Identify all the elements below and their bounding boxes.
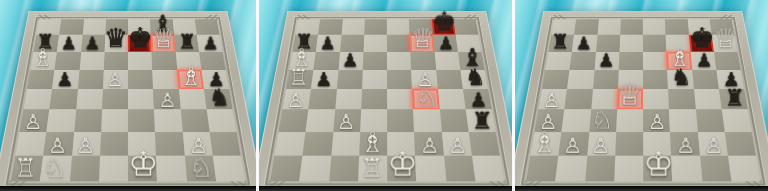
black-pawn[interactable]: ♟ [56,70,73,89]
square-b3[interactable] [306,110,335,132]
white-rook[interactable]: ♖ [361,156,384,182]
square-f3[interactable] [669,110,697,132]
black-pawn[interactable]: ♟ [203,34,219,52]
black-queen[interactable]: ♛ [104,26,128,52]
square-g5[interactable] [436,70,463,89]
square-f1[interactable] [156,156,186,182]
white-pawn[interactable]: ♙ [542,90,560,110]
black-king[interactable]: ♚ [432,9,456,35]
square-h3[interactable] [206,110,236,132]
square-d5[interactable] [362,70,387,89]
white-pawn[interactable]: ♙ [563,135,582,156]
square-a3[interactable]: ♙ [20,110,50,132]
square-b2[interactable]: ♙ [559,132,589,156]
square-e4[interactable] [128,89,154,110]
square-e4[interactable] [643,89,669,110]
square-b7[interactable]: ♟ [57,35,82,52]
square-f1[interactable] [415,156,445,182]
square-a7[interactable]: ♜ [548,35,574,52]
square-d2[interactable]: ♗ [359,132,387,156]
square-d4[interactable]: ♕ [617,89,643,110]
white-knight[interactable]: ♘ [591,107,613,132]
black-pawn[interactable]: ♟ [315,70,332,89]
black-pawn[interactable]: ♟ [576,34,592,52]
square-h2[interactable] [468,132,499,156]
square-c4[interactable] [335,89,362,110]
square-h8[interactable] [453,19,478,35]
square-h2[interactable] [209,132,240,156]
chess-screenshot-panel-right: ♜♟♚♕♟♗♟♞♟♙♕♜♙♘♙♗♙♙♙♙♔ [512,0,768,191]
square-c1[interactable] [329,156,359,182]
square-c8[interactable] [597,19,621,35]
square-h6[interactable] [714,52,741,70]
square-h3[interactable] [722,110,752,132]
square-d2[interactable] [615,132,643,156]
square-b2[interactable] [303,132,333,156]
square-c6[interactable] [79,52,104,70]
white-bishop[interactable]: ♗ [360,128,385,156]
bottom-dark-strip [0,186,256,191]
square-d8[interactable] [364,19,387,35]
white-knight[interactable]: ♘ [190,155,214,182]
chess-screenshot-panel-middle: ♚♜♟♕♟♗♟♝♖♟♙♞♙♘♟♙♜♗♙♙♖♔ [256,0,512,191]
white-pawn[interactable]: ♙ [24,112,42,132]
square-e8[interactable] [387,19,410,35]
square-c6[interactable]: ♟ [594,52,619,70]
square-h4[interactable]: ♞ [204,89,233,110]
white-pawn[interactable]: ♙ [676,135,695,156]
square-g4[interactable] [179,89,207,110]
square-b4[interactable] [309,89,337,110]
white-pawn[interactable]: ♙ [448,135,467,156]
square-f8[interactable] [665,19,689,35]
square-a1[interactable] [526,156,559,182]
black-rook[interactable]: ♜ [725,87,746,110]
square-c7[interactable]: ♟ [81,35,105,52]
black-knight[interactable]: ♞ [465,66,486,89]
square-d1[interactable] [614,156,643,182]
square-e6[interactable] [643,52,667,70]
black-pawn[interactable]: ♟ [320,34,336,52]
square-a5[interactable]: ♖ [286,70,314,89]
square-d7[interactable] [363,35,387,52]
square-a4[interactable] [23,89,52,110]
square-e4[interactable] [387,89,413,110]
white-bishop[interactable]: ♗ [180,64,202,89]
square-a2[interactable] [274,132,305,156]
square-e5[interactable] [128,70,153,89]
board-scene: ♜♟♚♕♟♗♟♞♟♙♕♜♙♘♙♗♙♙♙♙♔ [515,0,768,191]
square-c3[interactable]: ♘ [589,110,617,132]
square-g6[interactable]: ♟ [690,52,716,70]
white-queen[interactable]: ♕ [411,26,435,52]
square-g5[interactable] [692,70,719,89]
square-h3[interactable]: ♜ [466,110,496,132]
white-pawn[interactable]: ♙ [76,135,95,156]
chess-board-right[interactable]: ♜♟♚♕♟♗♟♞♟♙♕♜♙♘♙♗♙♙♙♙♔ [512,11,768,191]
square-c4[interactable] [76,89,103,110]
black-king[interactable]: ♚ [690,25,714,52]
board-scene: ♝♜♟♟♛♚♕♜♟♗♟♙♗♟♙♞♙♙♙♙♖♘♔♘ [0,0,256,191]
square-b6[interactable] [570,52,596,70]
square-a4[interactable]: ♙ [282,89,311,110]
black-knight[interactable]: ♞ [209,86,230,110]
black-king[interactable]: ♚ [128,25,152,52]
white-pawn[interactable]: ♙ [337,112,355,132]
square-h7[interactable]: ♕ [711,35,737,52]
square-a6[interactable] [545,52,572,70]
square-e7[interactable] [643,35,667,52]
black-pawn[interactable]: ♟ [696,51,713,69]
square-a6[interactable]: ♗ [30,52,57,70]
square-h4[interactable]: ♜ [719,89,748,110]
square-e1[interactable]: ♔ [128,156,157,182]
square-d4[interactable] [361,89,387,110]
square-c5[interactable] [593,70,619,89]
square-d1[interactable]: ♖ [358,156,387,182]
white-queen[interactable]: ♕ [714,26,738,52]
square-b7[interactable]: ♟ [316,35,341,52]
square-b1[interactable] [299,156,330,182]
black-pawn[interactable]: ♟ [598,51,615,69]
square-b5[interactable] [567,70,594,89]
square-d7[interactable]: ♛ [104,35,128,52]
square-c5[interactable] [337,70,363,89]
square-a2[interactable]: ♗ [530,132,561,156]
square-b4[interactable] [50,89,78,110]
square-d4[interactable] [102,89,128,110]
white-king[interactable]: ♔ [387,148,417,182]
square-e5[interactable] [643,70,668,89]
square-a3[interactable] [279,110,309,132]
square-c1[interactable] [585,156,615,182]
chess-board-middle[interactable]: ♚♜♟♕♟♗♟♝♖♟♙♞♙♘♟♙♜♗♙♙♖♔ [256,11,512,191]
square-a1[interactable]: ♖ [11,156,44,182]
white-king[interactable]: ♔ [128,148,158,182]
square-d6[interactable] [104,52,128,70]
square-c2[interactable]: ♙ [72,132,101,156]
square-f4[interactable] [668,89,695,110]
square-d3[interactable] [616,110,643,132]
square-a5[interactable] [27,70,55,89]
black-rook[interactable]: ♜ [178,31,197,52]
square-c2[interactable] [331,132,360,156]
white-queen[interactable]: ♕ [617,81,643,110]
square-b3[interactable] [562,110,591,132]
square-f4[interactable]: ♘ [412,89,439,110]
chess-board-left[interactable]: ♝♜♟♟♛♚♕♜♟♗♟♙♗♟♙♞♙♙♙♙♖♘♔♘ [0,11,256,191]
square-f2[interactable]: ♙ [414,132,443,156]
square-e6[interactable] [387,52,411,70]
square-c3[interactable] [74,110,102,132]
square-c1[interactable] [69,156,99,182]
white-pawn[interactable]: ♙ [648,112,666,132]
white-pawn[interactable]: ♙ [591,135,610,156]
white-queen[interactable]: ♕ [152,26,176,52]
white-pawn[interactable]: ♙ [420,135,439,156]
square-b7[interactable]: ♟ [572,35,597,52]
white-king[interactable]: ♔ [643,148,673,182]
white-pawn[interactable]: ♙ [107,70,124,89]
square-f1[interactable] [671,156,701,182]
square-h1[interactable] [472,156,505,182]
square-e3[interactable] [387,110,414,132]
square-e1[interactable]: ♔ [643,156,672,182]
square-a1[interactable] [270,156,303,182]
white-pawn[interactable]: ♙ [159,90,177,110]
white-bishop[interactable]: ♗ [31,46,53,70]
square-e3[interactable]: ♙ [643,110,670,132]
square-b1[interactable]: ♘ [40,156,72,182]
square-g3[interactable] [180,110,209,132]
square-f5[interactable]: ♞ [667,70,693,89]
square-b5[interactable]: ♟ [52,70,79,89]
square-g1[interactable] [444,156,476,182]
square-e3[interactable] [128,110,155,132]
bottom-dark-strip [259,186,512,191]
white-knight[interactable]: ♘ [42,155,66,182]
black-rook[interactable]: ♜ [551,31,570,52]
square-b6[interactable] [314,52,340,70]
square-c2[interactable]: ♙ [587,132,616,156]
square-g3[interactable] [695,110,724,132]
square-d6[interactable] [619,52,643,70]
square-b1[interactable] [555,156,586,182]
square-g7[interactable]: ♜ [174,35,199,52]
square-h1[interactable] [213,156,246,182]
square-e8[interactable] [643,19,666,35]
square-g4[interactable] [694,89,722,110]
square-d2[interactable] [100,132,128,156]
black-pawn[interactable]: ♟ [438,34,454,52]
square-e6[interactable] [128,52,152,70]
white-rook[interactable]: ♖ [288,67,308,89]
square-f7[interactable]: ♕ [410,35,434,52]
square-g3[interactable] [439,110,468,132]
square-g5[interactable]: ♗ [177,70,204,89]
square-b4[interactable] [565,89,593,110]
black-rook[interactable]: ♜ [472,108,493,132]
white-bishop[interactable]: ♗ [532,128,557,156]
black-pawn[interactable]: ♟ [342,51,359,69]
square-d5[interactable]: ♙ [103,70,128,89]
white-rook[interactable]: ♖ [14,156,37,182]
square-g1[interactable]: ♘ [184,156,216,182]
board-scene: ♚♜♟♕♟♗♟♝♖♟♙♞♙♘♟♙♜♗♙♙♖♔ [259,0,512,191]
square-d3[interactable] [101,110,128,132]
square-f6[interactable] [411,52,436,70]
square-f2[interactable] [155,132,184,156]
square-h7[interactable]: ♟ [197,35,223,52]
white-pawn[interactable]: ♙ [286,90,304,110]
square-h1[interactable] [728,156,761,182]
square-g7[interactable]: ♟ [433,35,458,52]
black-pawn[interactable]: ♟ [84,34,100,52]
black-knight[interactable]: ♞ [671,66,692,89]
square-e7[interactable] [387,35,411,52]
square-b6[interactable] [55,52,81,70]
square-g6[interactable] [434,52,460,70]
square-g2[interactable]: ♙ [697,132,727,156]
square-d6[interactable] [363,52,387,70]
square-c5[interactable] [78,70,104,89]
square-e7[interactable]: ♚ [128,35,152,52]
black-pawn[interactable]: ♟ [61,34,77,52]
square-a4[interactable]: ♙ [538,89,567,110]
square-c3[interactable]: ♙ [333,110,361,132]
square-b3[interactable] [47,110,76,132]
square-d1[interactable] [99,156,128,182]
square-g1[interactable] [700,156,732,182]
square-d7[interactable] [619,35,643,52]
white-knight[interactable]: ♘ [416,86,437,110]
square-c8[interactable] [341,19,365,35]
square-b5[interactable]: ♟ [311,70,338,89]
square-a5[interactable] [542,70,570,89]
square-e5[interactable] [387,70,412,89]
square-h5[interactable]: ♞ [460,70,488,89]
square-h2[interactable] [724,132,755,156]
square-f3[interactable] [154,110,182,132]
square-f7[interactable]: ♕ [151,35,175,52]
square-g2[interactable]: ♙ [441,132,471,156]
square-e1[interactable]: ♔ [387,156,416,182]
white-pawn[interactable]: ♙ [704,135,723,156]
square-g4[interactable] [438,89,466,110]
square-h6[interactable] [199,52,226,70]
square-d8[interactable] [620,19,643,35]
square-f2[interactable]: ♙ [670,132,699,156]
square-f3[interactable] [413,110,441,132]
bottom-dark-strip [515,186,768,191]
chess-screenshot-panel-left: ♝♜♟♟♛♚♕♜♟♗♟♙♗♟♙♞♙♙♙♙♖♘♔♘ [0,0,256,191]
square-c6[interactable]: ♟ [338,52,363,70]
square-f5[interactable] [152,70,178,89]
square-f6[interactable] [152,52,177,70]
square-f4[interactable]: ♙ [153,89,180,110]
